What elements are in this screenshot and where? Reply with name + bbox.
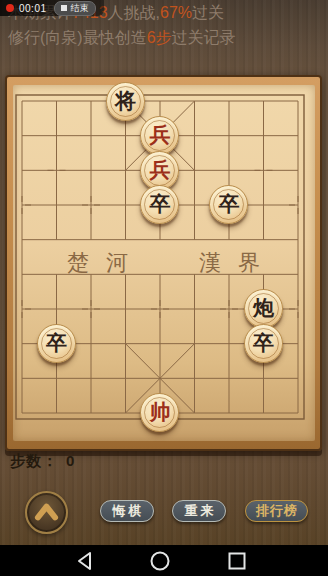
restart-label: 重来 bbox=[182, 502, 217, 520]
piece-character: 卒 bbox=[253, 333, 274, 354]
piece-red-soldier[interactable]: 兵 bbox=[140, 116, 179, 155]
record-suffix: 过关记录 bbox=[172, 29, 236, 46]
piece-red-general[interactable]: 帅 bbox=[140, 393, 179, 432]
piece-black-soldier[interactable]: 卒 bbox=[37, 324, 76, 363]
piece-black-soldier[interactable]: 卒 bbox=[244, 324, 283, 363]
record-dot-icon bbox=[6, 4, 14, 12]
expand-menu-button[interactable] bbox=[25, 491, 68, 534]
home-icon[interactable] bbox=[148, 549, 172, 573]
recording-time: 00:01 bbox=[19, 3, 47, 14]
piece-character: 炮 bbox=[253, 298, 274, 319]
leaderboard-button[interactable]: 排行榜 bbox=[245, 500, 308, 522]
undo-move-button[interactable]: 悔棋 bbox=[100, 500, 154, 522]
piece-character: 兵 bbox=[149, 160, 170, 181]
record-prefix: 修行(向泉)最快创造 bbox=[8, 29, 147, 46]
undo-move-label: 悔棋 bbox=[110, 502, 145, 520]
stop-icon bbox=[61, 5, 67, 11]
recent-apps-icon[interactable] bbox=[225, 549, 249, 573]
record-holder-line: 修行(向泉)最快创造6步过关记录 bbox=[8, 28, 236, 49]
stats-suffix: 过关 bbox=[192, 4, 224, 21]
piece-black-soldier[interactable]: 卒 bbox=[140, 185, 179, 224]
stop-recording-label: 结束 bbox=[71, 2, 89, 15]
stats-percent: 67% bbox=[160, 4, 192, 21]
step-counter-label: 步数： bbox=[10, 452, 58, 471]
restart-button[interactable]: 重来 bbox=[172, 500, 226, 522]
chevron-up-icon bbox=[27, 493, 66, 532]
piece-character: 帅 bbox=[149, 402, 170, 423]
piece-black-soldier[interactable]: 卒 bbox=[209, 185, 248, 224]
pieces-layer: 将兵兵卒卒炮卒卒帅 bbox=[5, 84, 316, 431]
piece-character: 兵 bbox=[149, 125, 170, 146]
piece-character: 卒 bbox=[149, 194, 170, 215]
back-icon[interactable] bbox=[73, 549, 97, 573]
record-steps: 6步 bbox=[147, 29, 172, 46]
android-nav-bar bbox=[0, 545, 328, 576]
recording-indicator: 00:01 结束 bbox=[0, 0, 104, 16]
screen: 00:01 结束 本期累计7413人挑战,67%过关 修行(向泉)最快创造6步过… bbox=[0, 0, 328, 576]
stop-recording-button[interactable]: 结束 bbox=[54, 1, 96, 16]
stats-mid: 人挑战, bbox=[108, 4, 160, 21]
piece-black-general[interactable]: 将 bbox=[106, 82, 145, 121]
piece-red-soldier[interactable]: 兵 bbox=[140, 151, 179, 190]
piece-character: 卒 bbox=[46, 333, 67, 354]
piece-black-cannon[interactable]: 炮 bbox=[244, 289, 283, 328]
step-counter: 步数： 0 bbox=[10, 452, 75, 471]
step-counter-value: 0 bbox=[66, 452, 75, 471]
piece-character: 将 bbox=[115, 91, 136, 112]
piece-character: 卒 bbox=[218, 194, 239, 215]
leaderboard-label: 排行榜 bbox=[255, 502, 298, 520]
